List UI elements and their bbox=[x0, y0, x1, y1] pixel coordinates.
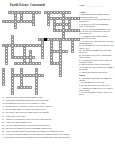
grid-cell[interactable] bbox=[41, 56, 44, 59]
clue-item: 13. A sedimentary rock formed from the r… bbox=[79, 35, 114, 39]
grid-cell[interactable] bbox=[32, 23, 35, 26]
cell-number: 1 bbox=[9, 12, 10, 13]
grid-cell[interactable] bbox=[38, 62, 41, 65]
grid-cell[interactable] bbox=[47, 23, 50, 26]
clue-item: 4. The thin, rocky outer layer of the Ea… bbox=[79, 84, 114, 86]
crossword-grid: 1234567891011121314151617181920212223242… bbox=[2, 11, 80, 95]
grid-cell[interactable] bbox=[65, 50, 68, 53]
down-clue-list-bottom: 9. A crack in Earth's crust where moveme… bbox=[2, 96, 113, 139]
cell-number: 2 bbox=[15, 12, 16, 13]
cell-number: 9 bbox=[54, 18, 55, 19]
grid-cell[interactable] bbox=[35, 92, 38, 95]
cell-number: 29 bbox=[12, 69, 13, 70]
clue-item: 15. The theory that Earth's outer shell … bbox=[79, 40, 114, 44]
clue-item: 7. The breaking down of rocks by wind, w… bbox=[79, 91, 114, 95]
worksheet-page: Earth Science Crossword Name: __________… bbox=[0, 0, 115, 150]
cell-number: 16 bbox=[42, 39, 43, 40]
cell-number: 4 bbox=[33, 12, 34, 13]
clue-column: Across 1. Sudden shaking of the ground c… bbox=[79, 11, 114, 96]
clue-item: 31. Openings in Earth's crust through wh… bbox=[2, 136, 113, 139]
grid-cell[interactable] bbox=[41, 74, 44, 77]
name-blank-line: ______________ bbox=[86, 4, 105, 6]
cell-number: 7 bbox=[63, 12, 64, 13]
grid-cell[interactable] bbox=[38, 11, 41, 14]
clue-item: 2. A bowl-shaped depression at the mouth… bbox=[79, 77, 114, 81]
cell-number: 14 bbox=[12, 36, 13, 37]
grid-cell[interactable] bbox=[11, 92, 14, 95]
name-field[interactable]: Name: ______________ bbox=[79, 4, 105, 6]
cell-number: 8 bbox=[48, 18, 49, 19]
name-label: Name: bbox=[79, 4, 85, 6]
grid-cell[interactable] bbox=[32, 56, 35, 59]
cell-number: 28 bbox=[3, 69, 4, 70]
down-clue-list-top: 2. A bowl-shaped depression at the mouth… bbox=[79, 77, 114, 96]
cell-number: 5 bbox=[45, 12, 46, 13]
page-title: Earth Science Crossword bbox=[10, 3, 45, 7]
grid-cell[interactable] bbox=[2, 83, 5, 86]
cell-number: 3 bbox=[21, 12, 22, 13]
clue-item: 6. A landform that forms where a river e… bbox=[79, 87, 114, 91]
clue-item: 25. The sudden release of lava, ash and … bbox=[79, 54, 114, 58]
clue-item: 12. The thick layer of hot rock between … bbox=[79, 30, 114, 34]
clue-item: 20. The thinning of the layer that prote… bbox=[79, 44, 114, 48]
clue-item: 24. A hot spring that shoots water and s… bbox=[79, 49, 114, 53]
cell-number: 23 bbox=[30, 51, 31, 52]
clue-item: 5. Particles of rock carried and deposit… bbox=[79, 18, 114, 22]
clue-item: 8. The lowest layer of Earth's atmospher… bbox=[79, 23, 114, 27]
cell-number: 30 bbox=[21, 69, 22, 70]
cell-number: 6 bbox=[48, 12, 49, 13]
grid-cell[interactable] bbox=[71, 50, 74, 53]
grid-cell[interactable] bbox=[5, 62, 8, 65]
grid-cell[interactable] bbox=[29, 86, 32, 89]
grid-cell[interactable] bbox=[14, 26, 17, 29]
cell-number: 31 bbox=[36, 69, 37, 70]
clue-item: 33. Molten rock beneath Earth's surface bbox=[79, 71, 114, 73]
grid-cell[interactable] bbox=[68, 11, 71, 14]
clue-item: 32. The process by which liquid water be… bbox=[79, 66, 114, 70]
across-clue-list: 1. Sudden shaking of the ground caused b… bbox=[79, 13, 114, 73]
grid-cell[interactable] bbox=[59, 74, 62, 77]
clue-item: 26. The point on the surface directly ab… bbox=[79, 59, 114, 63]
clue-item: 1. Sudden shaking of the ground caused b… bbox=[79, 13, 114, 17]
